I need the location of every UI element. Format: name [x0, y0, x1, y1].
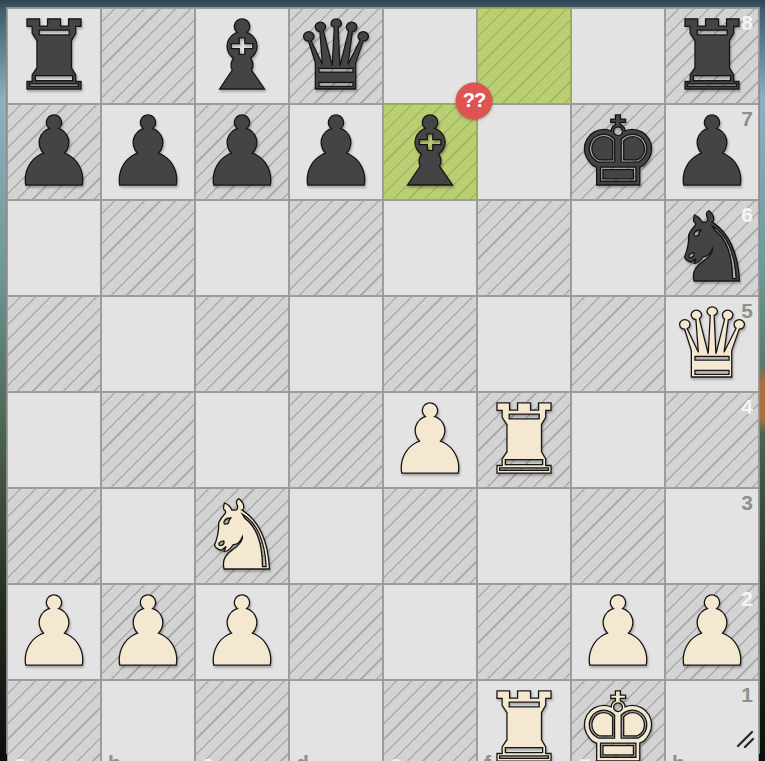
black-king[interactable]: ♚	[575, 104, 661, 200]
white-pawn[interactable]: ♟	[669, 584, 755, 680]
square-f8[interactable]	[477, 8, 571, 104]
blunder-badge: ??	[456, 83, 493, 120]
square-h2[interactable]: ♟2	[665, 584, 759, 680]
square-d4[interactable]	[289, 392, 383, 488]
square-f6[interactable]	[477, 200, 571, 296]
coord-file-b: b	[108, 752, 121, 761]
black-bishop[interactable]: ♝	[387, 104, 473, 200]
square-d6[interactable]	[289, 200, 383, 296]
square-g5[interactable]	[571, 296, 665, 392]
square-c7[interactable]: ♟	[195, 104, 289, 200]
square-f7[interactable]	[477, 104, 571, 200]
white-pawn[interactable]: ♟	[575, 584, 661, 680]
square-b8[interactable]	[101, 8, 195, 104]
square-e5[interactable]	[383, 296, 477, 392]
square-a2[interactable]: ♟	[7, 584, 101, 680]
square-f5[interactable]	[477, 296, 571, 392]
white-pawn[interactable]: ♟	[199, 584, 285, 680]
square-b5[interactable]	[101, 296, 195, 392]
square-b7[interactable]: ♟	[101, 104, 195, 200]
coord-rank-3: 3	[741, 492, 753, 513]
square-h8[interactable]: ♜8	[665, 8, 759, 104]
square-g4[interactable]	[571, 392, 665, 488]
black-rook[interactable]: ♜	[669, 8, 755, 104]
square-e3[interactable]	[383, 488, 477, 584]
square-f1[interactable]: ♜f	[477, 680, 571, 761]
square-a5[interactable]	[7, 296, 101, 392]
white-knight[interactable]: ♞	[199, 488, 285, 584]
white-pawn[interactable]: ♟	[11, 584, 97, 680]
white-rook[interactable]: ♜	[481, 680, 567, 761]
square-g1[interactable]: ♚g	[571, 680, 665, 761]
square-c3[interactable]: ♞	[195, 488, 289, 584]
square-e4[interactable]: ♟	[383, 392, 477, 488]
square-d8[interactable]: ♛	[289, 8, 383, 104]
square-c5[interactable]	[195, 296, 289, 392]
square-a7[interactable]: ♟	[7, 104, 101, 200]
black-pawn[interactable]: ♟	[669, 104, 755, 200]
square-b1[interactable]: b	[101, 680, 195, 761]
square-e1[interactable]: e	[383, 680, 477, 761]
coord-file-a: a	[14, 752, 26, 761]
square-h5[interactable]: ♛5	[665, 296, 759, 392]
page-background: { "game": "chess", "position": "r1bq3r/p…	[0, 0, 765, 761]
square-d1[interactable]: d	[289, 680, 383, 761]
black-pawn[interactable]: ♟	[293, 104, 379, 200]
square-h7[interactable]: ♟7	[665, 104, 759, 200]
square-c4[interactable]	[195, 392, 289, 488]
square-b6[interactable]	[101, 200, 195, 296]
black-bishop[interactable]: ♝	[199, 8, 285, 104]
square-h4[interactable]: 4	[665, 392, 759, 488]
square-f4[interactable]: ♜	[477, 392, 571, 488]
black-pawn[interactable]: ♟	[11, 104, 97, 200]
square-a6[interactable]	[7, 200, 101, 296]
square-g6[interactable]	[571, 200, 665, 296]
black-rook[interactable]: ♜	[11, 8, 97, 104]
square-g8[interactable]	[571, 8, 665, 104]
square-f3[interactable]	[477, 488, 571, 584]
square-h6[interactable]: ♞6	[665, 200, 759, 296]
white-queen[interactable]: ♛	[669, 296, 755, 392]
square-d3[interactable]	[289, 488, 383, 584]
square-c6[interactable]	[195, 200, 289, 296]
square-f2[interactable]	[477, 584, 571, 680]
chess-board: ♜♝♛♜8♟♟♟♟♝♚♟7♞6♛5♟♜4♞3♟♟♟♟♟2abcde♜f♚g1h?…	[7, 8, 759, 753]
square-d5[interactable]	[289, 296, 383, 392]
coord-file-h: h	[672, 752, 685, 761]
coord-file-d: d	[296, 752, 309, 761]
square-c8[interactable]: ♝	[195, 8, 289, 104]
square-a8[interactable]: ♜	[7, 8, 101, 104]
last-move-highlight-f8	[477, 8, 571, 104]
square-a4[interactable]	[7, 392, 101, 488]
square-g7[interactable]: ♚	[571, 104, 665, 200]
black-knight[interactable]: ♞	[669, 200, 755, 296]
black-pawn[interactable]: ♟	[199, 104, 285, 200]
square-d7[interactable]: ♟	[289, 104, 383, 200]
square-b4[interactable]	[101, 392, 195, 488]
square-g2[interactable]: ♟	[571, 584, 665, 680]
square-c1[interactable]: c	[195, 680, 289, 761]
square-e6[interactable]	[383, 200, 477, 296]
white-rook[interactable]: ♜	[481, 392, 567, 488]
square-e7[interactable]: ♝	[383, 104, 477, 200]
square-b2[interactable]: ♟	[101, 584, 195, 680]
white-pawn[interactable]: ♟	[387, 392, 473, 488]
square-d2[interactable]	[289, 584, 383, 680]
white-pawn[interactable]: ♟	[105, 584, 191, 680]
square-b3[interactable]	[101, 488, 195, 584]
black-queen[interactable]: ♛	[293, 8, 379, 104]
square-c2[interactable]: ♟	[195, 584, 289, 680]
square-a1[interactable]: a	[7, 680, 101, 761]
square-e2[interactable]	[383, 584, 477, 680]
black-pawn[interactable]: ♟	[105, 104, 191, 200]
square-g3[interactable]	[571, 488, 665, 584]
square-a3[interactable]	[7, 488, 101, 584]
white-king[interactable]: ♚	[575, 680, 661, 761]
coord-file-c: c	[202, 752, 214, 761]
square-h3[interactable]: 3	[665, 488, 759, 584]
board-resize-handle-icon[interactable]	[734, 728, 756, 750]
coord-file-e: e	[390, 752, 402, 761]
